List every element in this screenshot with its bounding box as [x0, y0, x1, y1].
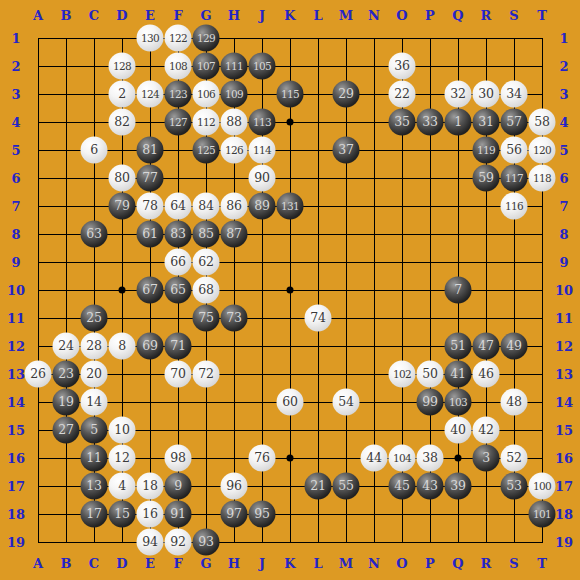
- row-label-16-right: 16: [555, 451, 573, 466]
- row-label-14-right: 14: [555, 395, 573, 410]
- stone-white-S3-move-34[interactable]: 34: [501, 81, 528, 108]
- stone-white-C13-move-20[interactable]: 20: [81, 361, 108, 388]
- row-label-17-left: 17: [7, 479, 25, 494]
- star-point-D10: [119, 287, 126, 294]
- column-label-D-bottom: D: [116, 556, 127, 571]
- stone-white-F9-move-66[interactable]: 66: [165, 249, 192, 276]
- stone-black-E8-move-61[interactable]: 61: [137, 221, 164, 248]
- column-label-R-bottom: R: [481, 556, 492, 571]
- row-label-15-left: 15: [7, 423, 25, 438]
- stone-black-B14-move-19[interactable]: 19: [53, 389, 80, 416]
- column-label-D-top: D: [116, 8, 127, 23]
- row-label-11-right: 11: [555, 311, 573, 326]
- row-label-14-left: 14: [7, 395, 25, 410]
- row-label-2-left: 2: [11, 59, 20, 74]
- stone-black-B15-move-27[interactable]: 27: [53, 417, 80, 444]
- stone-white-F19-move-92[interactable]: 92: [165, 529, 192, 556]
- stone-black-S6-move-117[interactable]: 117: [501, 165, 528, 192]
- column-label-A-bottom: A: [33, 556, 43, 571]
- grid-line-vertical: [346, 38, 347, 543]
- stone-white-Q15-move-40[interactable]: 40: [445, 417, 472, 444]
- stone-black-M3-move-29[interactable]: 29: [333, 81, 360, 108]
- stone-white-E19-move-94[interactable]: 94: [137, 529, 164, 556]
- row-label-19-right: 19: [555, 535, 573, 550]
- column-label-N-top: N: [368, 8, 380, 23]
- stone-black-M17-move-55[interactable]: 55: [333, 473, 360, 500]
- stone-black-P17-move-43[interactable]: 43: [417, 473, 444, 500]
- row-label-5-right: 5: [559, 143, 568, 158]
- stone-white-D12-move-8[interactable]: 8: [109, 333, 136, 360]
- row-label-9-right: 9: [559, 255, 568, 270]
- column-label-N-bottom: N: [368, 556, 380, 571]
- row-label-13-left: 13: [7, 367, 25, 382]
- stone-white-O3-move-22[interactable]: 22: [389, 81, 416, 108]
- stone-black-T18-move-101[interactable]: 101: [529, 501, 556, 528]
- column-label-O-bottom: O: [396, 556, 407, 571]
- stone-black-R6-move-59[interactable]: 59: [473, 165, 500, 192]
- stone-black-C17-move-13[interactable]: 13: [81, 473, 108, 500]
- stone-black-F3-move-123[interactable]: 123: [165, 81, 192, 108]
- stone-white-G10-move-68[interactable]: 68: [193, 277, 220, 304]
- column-label-B-top: B: [61, 8, 72, 23]
- stone-black-Q17-move-39[interactable]: 39: [445, 473, 472, 500]
- stone-black-C16-move-11[interactable]: 11: [81, 445, 108, 472]
- stone-black-P14-move-99[interactable]: 99: [417, 389, 444, 416]
- row-label-19-left: 19: [7, 535, 25, 550]
- column-label-L-top: L: [313, 8, 322, 23]
- stone-black-G8-move-85[interactable]: 85: [193, 221, 220, 248]
- stone-black-Q14-move-103[interactable]: 103: [445, 389, 472, 416]
- stone-black-C18-move-17[interactable]: 17: [81, 501, 108, 528]
- stone-black-G19-move-93[interactable]: 93: [193, 529, 220, 556]
- column-label-K-top: K: [284, 8, 295, 23]
- stone-white-R3-move-30[interactable]: 30: [473, 81, 500, 108]
- row-label-10-right: 10: [555, 283, 573, 298]
- column-label-R-top: R: [481, 8, 492, 23]
- column-label-E-bottom: E: [145, 556, 155, 571]
- stone-black-J2-move-105[interactable]: 105: [249, 53, 276, 80]
- stone-white-C12-move-28[interactable]: 28: [81, 333, 108, 360]
- stone-black-S17-move-53[interactable]: 53: [501, 473, 528, 500]
- row-label-16-left: 16: [7, 451, 25, 466]
- stone-white-F7-move-64[interactable]: 64: [165, 193, 192, 220]
- row-label-1-left: 1: [11, 31, 20, 46]
- stone-white-T6-move-118[interactable]: 118: [529, 165, 556, 192]
- column-label-M-bottom: M: [339, 556, 353, 571]
- stone-white-F1-move-122[interactable]: 122: [165, 25, 192, 52]
- row-label-4-left: 4: [11, 115, 20, 130]
- stone-black-E10-move-67[interactable]: 67: [137, 277, 164, 304]
- stone-white-H7-move-86[interactable]: 86: [221, 193, 248, 220]
- stone-black-R5-move-119[interactable]: 119: [473, 137, 500, 164]
- stone-black-C15-move-5[interactable]: 5: [81, 417, 108, 444]
- stone-black-Q12-move-51[interactable]: 51: [445, 333, 472, 360]
- stone-white-G7-move-84[interactable]: 84: [193, 193, 220, 220]
- stone-black-H8-move-87[interactable]: 87: [221, 221, 248, 248]
- column-label-C-bottom: C: [89, 556, 99, 571]
- star-point-K4: [287, 119, 294, 126]
- column-label-Q-bottom: Q: [452, 556, 463, 571]
- grid-line-horizontal: [38, 542, 543, 543]
- stone-black-J7-move-89[interactable]: 89: [249, 193, 276, 220]
- column-label-O-top: O: [396, 8, 407, 23]
- column-label-S-bottom: S: [509, 556, 518, 571]
- stone-black-D7-move-79[interactable]: 79: [109, 193, 136, 220]
- stone-white-C14-move-14[interactable]: 14: [81, 389, 108, 416]
- stone-black-E5-move-81[interactable]: 81: [137, 137, 164, 164]
- stone-white-D15-move-10[interactable]: 10: [109, 417, 136, 444]
- row-label-4-right: 4: [559, 115, 568, 130]
- stone-white-G3-move-106[interactable]: 106: [193, 81, 220, 108]
- stone-black-G1-move-129[interactable]: 129: [193, 25, 220, 52]
- stone-white-J16-move-76[interactable]: 76: [249, 445, 276, 472]
- stone-black-J18-move-95[interactable]: 95: [249, 501, 276, 528]
- stone-white-S7-move-116[interactable]: 116: [501, 193, 528, 220]
- stone-white-K14-move-60[interactable]: 60: [277, 389, 304, 416]
- go-kifu-diagram: 1234567891011121314151617181920212223242…: [0, 0, 580, 580]
- row-label-5-left: 5: [11, 143, 20, 158]
- stone-white-Q3-move-32[interactable]: 32: [445, 81, 472, 108]
- star-point-K16: [287, 455, 294, 462]
- stone-white-H5-move-126[interactable]: 126: [221, 137, 248, 164]
- row-label-17-right: 17: [555, 479, 573, 494]
- stone-black-C11-move-25[interactable]: 25: [81, 305, 108, 332]
- column-label-B-bottom: B: [61, 556, 72, 571]
- column-label-M-top: M: [339, 8, 353, 23]
- stone-white-H17-move-96[interactable]: 96: [221, 473, 248, 500]
- stone-black-O4-move-35[interactable]: 35: [389, 109, 416, 136]
- stone-black-F8-move-83[interactable]: 83: [165, 221, 192, 248]
- stone-white-F13-move-70[interactable]: 70: [165, 361, 192, 388]
- stone-white-F2-move-108[interactable]: 108: [165, 53, 192, 80]
- stone-white-J5-move-114[interactable]: 114: [249, 137, 276, 164]
- stone-black-M5-move-37[interactable]: 37: [333, 137, 360, 164]
- row-label-12-right: 12: [555, 339, 573, 354]
- stone-white-G9-move-62[interactable]: 62: [193, 249, 220, 276]
- row-label-18-right: 18: [555, 507, 573, 522]
- row-label-18-left: 18: [7, 507, 25, 522]
- grid-line-vertical: [318, 38, 319, 543]
- stone-black-S12-move-49[interactable]: 49: [501, 333, 528, 360]
- stone-white-P16-move-38[interactable]: 38: [417, 445, 444, 472]
- stone-white-O13-move-102[interactable]: 102: [389, 361, 416, 388]
- stone-white-T17-move-100[interactable]: 100: [529, 473, 556, 500]
- stone-white-N16-move-44[interactable]: 44: [361, 445, 388, 472]
- column-label-G-top: G: [200, 8, 211, 23]
- row-label-2-right: 2: [559, 59, 568, 74]
- stone-black-Q4-move-1[interactable]: 1: [445, 109, 472, 136]
- stone-white-D16-move-12[interactable]: 12: [109, 445, 136, 472]
- stone-black-L17-move-21[interactable]: 21: [305, 473, 332, 500]
- row-label-7-right: 7: [559, 199, 568, 214]
- column-label-C-top: C: [89, 8, 99, 23]
- column-label-Q-top: Q: [452, 8, 463, 23]
- column-label-J-bottom: J: [259, 556, 265, 571]
- stone-black-F17-move-9[interactable]: 9: [165, 473, 192, 500]
- column-label-S-top: S: [509, 8, 518, 23]
- stone-white-M14-move-54[interactable]: 54: [333, 389, 360, 416]
- stone-white-L11-move-74[interactable]: 74: [305, 305, 332, 332]
- star-point-K10: [287, 287, 294, 294]
- row-label-8-right: 8: [559, 227, 568, 242]
- stone-black-O17-move-45[interactable]: 45: [389, 473, 416, 500]
- stone-white-S14-move-48[interactable]: 48: [501, 389, 528, 416]
- stone-white-E7-move-78[interactable]: 78: [137, 193, 164, 220]
- stone-white-D6-move-80[interactable]: 80: [109, 165, 136, 192]
- stone-black-H11-move-73[interactable]: 73: [221, 305, 248, 332]
- stone-black-S4-move-57[interactable]: 57: [501, 109, 528, 136]
- stone-white-S16-move-52[interactable]: 52: [501, 445, 528, 472]
- stone-white-D17-move-4[interactable]: 4: [109, 473, 136, 500]
- row-label-15-right: 15: [555, 423, 573, 438]
- stone-black-H3-move-109[interactable]: 109: [221, 81, 248, 108]
- stone-black-F4-move-127[interactable]: 127: [165, 109, 192, 136]
- stone-black-E12-move-69[interactable]: 69: [137, 333, 164, 360]
- row-label-9-left: 9: [11, 255, 20, 270]
- stone-white-O16-move-104[interactable]: 104: [389, 445, 416, 472]
- stone-black-Q13-move-41[interactable]: 41: [445, 361, 472, 388]
- stone-black-K3-move-115[interactable]: 115: [277, 81, 304, 108]
- column-label-G-bottom: G: [200, 556, 211, 571]
- stone-black-D18-move-15[interactable]: 15: [109, 501, 136, 528]
- stone-black-E6-move-77[interactable]: 77: [137, 165, 164, 192]
- row-label-6-left: 6: [11, 171, 20, 186]
- column-label-P-top: P: [425, 8, 435, 23]
- stone-white-O2-move-36[interactable]: 36: [389, 53, 416, 80]
- stone-white-R15-move-42[interactable]: 42: [473, 417, 500, 444]
- row-label-3-left: 3: [11, 87, 20, 102]
- row-label-10-left: 10: [7, 283, 25, 298]
- row-label-7-left: 7: [11, 199, 20, 214]
- stone-white-P13-move-50[interactable]: 50: [417, 361, 444, 388]
- stone-black-C8-move-63[interactable]: 63: [81, 221, 108, 248]
- stone-white-F16-move-98[interactable]: 98: [165, 445, 192, 472]
- column-label-K-bottom: K: [284, 556, 295, 571]
- stone-black-G11-move-75[interactable]: 75: [193, 305, 220, 332]
- stone-white-G13-move-72[interactable]: 72: [193, 361, 220, 388]
- stone-white-B12-move-24[interactable]: 24: [53, 333, 80, 360]
- row-label-6-right: 6: [559, 171, 568, 186]
- stone-white-G4-move-112[interactable]: 112: [193, 109, 220, 136]
- stone-white-E1-move-130[interactable]: 130: [137, 25, 164, 52]
- stone-black-F12-move-71[interactable]: 71: [165, 333, 192, 360]
- stone-white-A13-move-26[interactable]: 26: [25, 361, 52, 388]
- stone-black-F18-move-91[interactable]: 91: [165, 501, 192, 528]
- column-label-H-bottom: H: [228, 556, 240, 571]
- column-label-F-top: F: [173, 8, 182, 23]
- stone-white-R13-move-46[interactable]: 46: [473, 361, 500, 388]
- stone-white-T4-move-58[interactable]: 58: [529, 109, 556, 136]
- stone-black-Q10-move-7[interactable]: 7: [445, 277, 472, 304]
- stone-black-K7-move-131[interactable]: 131: [277, 193, 304, 220]
- stone-white-H4-move-88[interactable]: 88: [221, 109, 248, 136]
- stone-black-G5-move-125[interactable]: 125: [193, 137, 220, 164]
- stone-black-H18-move-97[interactable]: 97: [221, 501, 248, 528]
- stone-black-P4-move-33[interactable]: 33: [417, 109, 444, 136]
- stone-black-G2-move-107[interactable]: 107: [193, 53, 220, 80]
- row-label-8-left: 8: [11, 227, 20, 242]
- grid-line-horizontal: [38, 318, 543, 319]
- stone-white-E18-move-16[interactable]: 16: [137, 501, 164, 528]
- column-label-H-top: H: [228, 8, 240, 23]
- stone-black-J4-move-113[interactable]: 113: [249, 109, 276, 136]
- row-label-13-right: 13: [555, 367, 573, 382]
- stone-white-C5-move-6[interactable]: 6: [81, 137, 108, 164]
- stone-white-E3-move-124[interactable]: 124: [137, 81, 164, 108]
- row-label-11-left: 11: [7, 311, 25, 326]
- stone-white-D3-move-2[interactable]: 2: [109, 81, 136, 108]
- stone-black-F10-move-65[interactable]: 65: [165, 277, 192, 304]
- row-label-12-left: 12: [7, 339, 25, 354]
- star-point-Q16: [455, 455, 462, 462]
- stone-white-S5-move-56[interactable]: 56: [501, 137, 528, 164]
- stone-white-D2-move-128[interactable]: 128: [109, 53, 136, 80]
- stone-black-H2-move-111[interactable]: 111: [221, 53, 248, 80]
- column-label-A-top: A: [33, 8, 43, 23]
- row-label-3-right: 3: [559, 87, 568, 102]
- stone-black-R12-move-47[interactable]: 47: [473, 333, 500, 360]
- row-label-1-right: 1: [559, 31, 568, 46]
- column-label-T-top: T: [537, 8, 547, 23]
- stone-black-R16-move-3[interactable]: 3: [473, 445, 500, 472]
- stone-white-J6-move-90[interactable]: 90: [249, 165, 276, 192]
- stone-white-E17-move-18[interactable]: 18: [137, 473, 164, 500]
- stone-black-B13-move-23[interactable]: 23: [53, 361, 80, 388]
- stone-white-T5-move-120[interactable]: 120: [529, 137, 556, 164]
- column-label-P-bottom: P: [425, 556, 435, 571]
- stone-white-D4-move-82[interactable]: 82: [109, 109, 136, 136]
- column-label-T-bottom: T: [537, 556, 547, 571]
- column-label-E-top: E: [145, 8, 155, 23]
- column-label-J-top: J: [259, 8, 265, 23]
- column-label-F-bottom: F: [173, 556, 182, 571]
- column-label-L-bottom: L: [313, 556, 322, 571]
- stone-black-R4-move-31[interactable]: 31: [473, 109, 500, 136]
